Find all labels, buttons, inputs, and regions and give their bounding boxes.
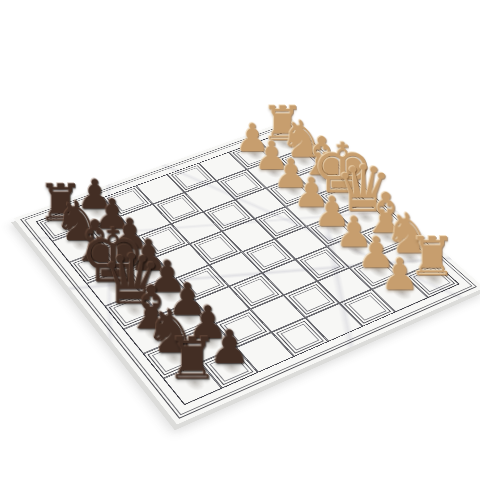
white-pawn-a2[interactable]: ♟ [380,253,419,297]
black-rook-a8[interactable]: ♜ [166,329,218,387]
square-d3[interactable] [274,227,327,260]
render-canvas: ♜♞♝♛♚♝♞♜♟♟♟♟♟♟♟♟♟♟♟♟♟♟♟♟♜♞♝♛♚♝♞♜ [0,0,480,480]
board-grid: ♜♞♝♛♚♝♞♜♟♟♟♟♟♟♟♟♟♟♟♟♟♟♟♟♜♞♝♛♚♝♞♜ [36,131,460,405]
square-a8[interactable]: ♜ [163,363,222,405]
scene: ♜♞♝♛♚♝♞♜♟♟♟♟♟♟♟♟♟♟♟♟♟♟♟♟♜♞♝♛♚♝♞♜ [0,0,480,480]
chessboard: ♜♞♝♛♚♝♞♜♟♟♟♟♟♟♟♟♟♟♟♟♟♟♟♟♜♞♝♛♚♝♞♜ [14,119,480,425]
